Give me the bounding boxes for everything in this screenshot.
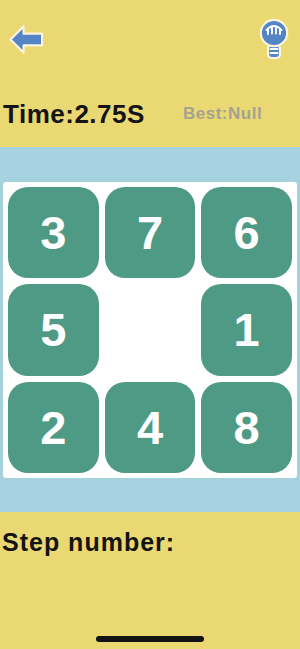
best-text: Best:Null (183, 104, 262, 124)
lightbulb-icon (256, 50, 292, 65)
empty-cell (105, 284, 196, 375)
tile-r0c2[interactable]: 6 (201, 187, 292, 278)
tile-r0c0[interactable]: 3 (8, 187, 99, 278)
tile-r2c2[interactable]: 8 (201, 382, 292, 473)
tile-r2c0[interactable]: 2 (8, 382, 99, 473)
back-arrow-icon (9, 44, 44, 59)
best-value: Null (228, 104, 262, 123)
step-counter: Step number: (2, 528, 175, 557)
status-row: Time:2.75S Best:Null (3, 99, 297, 130)
hint-button[interactable] (256, 17, 292, 62)
puzzle-board: 3 7 6 5 1 2 4 8 (3, 182, 297, 478)
time-text: Time:2.75S (3, 99, 145, 130)
tile-r1c2[interactable]: 1 (201, 284, 292, 375)
tile-r2c1[interactable]: 4 (105, 382, 196, 473)
best-label: Best: (183, 104, 228, 123)
time-value: 2.75S (74, 99, 144, 129)
home-indicator[interactable] (96, 636, 204, 642)
tile-r0c1[interactable]: 7 (105, 187, 196, 278)
time-label: Time: (3, 99, 74, 129)
tile-r1c0[interactable]: 5 (8, 284, 99, 375)
back-button[interactable] (9, 23, 44, 56)
step-label: Step number: (2, 528, 175, 556)
